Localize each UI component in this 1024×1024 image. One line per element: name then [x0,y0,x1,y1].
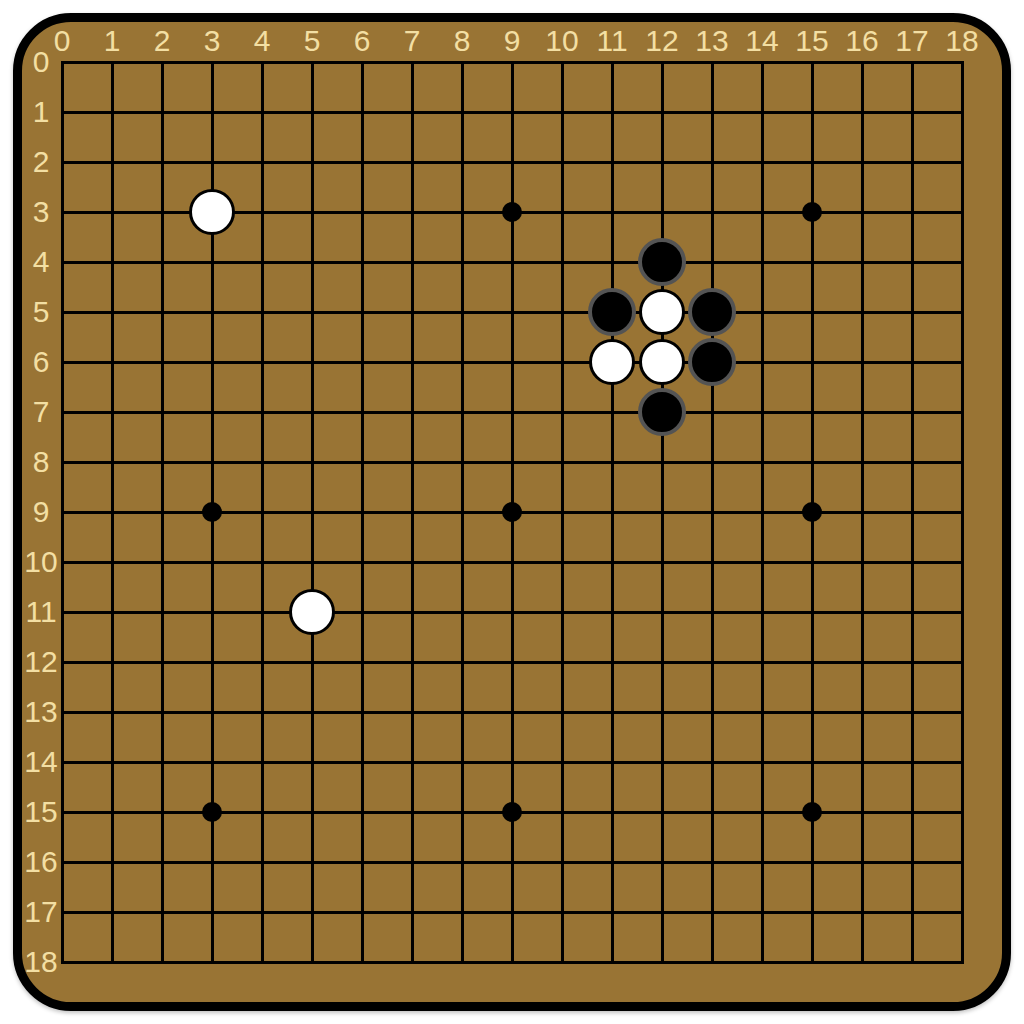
intersection-10-0[interactable] [537,37,587,87]
intersection-2-13[interactable] [137,687,187,737]
intersection-0-3[interactable] [37,187,87,237]
intersection-16-0[interactable] [837,37,887,87]
intersection-5-14[interactable] [287,737,337,787]
intersection-9-14[interactable] [487,737,537,787]
intersection-10-15[interactable] [537,787,587,837]
intersection-2-4[interactable] [137,237,187,287]
intersection-15-11[interactable] [787,587,837,637]
intersection-13-18[interactable] [687,937,737,987]
intersection-4-12[interactable] [237,637,287,687]
intersection-16-14[interactable] [837,737,887,787]
intersection-16-17[interactable] [837,887,887,937]
intersection-6-11[interactable] [337,587,387,637]
intersection-10-16[interactable] [537,837,587,887]
intersection-11-13[interactable] [587,687,637,737]
intersection-17-7[interactable] [887,387,937,437]
intersection-8-2[interactable] [437,137,487,187]
intersection-11-11[interactable] [587,587,637,637]
intersection-0-4[interactable] [37,237,87,287]
intersection-13-16[interactable] [687,837,737,887]
intersection-6-18[interactable] [337,937,387,987]
intersection-18-14[interactable] [937,737,987,787]
intersection-5-0[interactable] [287,37,337,87]
intersection-12-15[interactable] [637,787,687,837]
intersection-9-5[interactable] [487,287,537,337]
intersection-5-7[interactable] [287,387,337,437]
intersection-18-9[interactable] [937,487,987,537]
intersection-11-16[interactable] [587,837,637,887]
intersection-3-1[interactable] [187,87,237,137]
intersection-7-15[interactable] [387,787,437,837]
intersection-7-12[interactable] [387,637,437,687]
intersection-12-2[interactable] [637,137,687,187]
intersection-1-16[interactable] [87,837,137,887]
intersection-8-16[interactable] [437,837,487,887]
intersection-16-15[interactable] [837,787,887,837]
intersection-7-5[interactable] [387,287,437,337]
intersection-14-12[interactable] [737,637,787,687]
intersection-5-12[interactable] [287,637,337,687]
intersection-6-9[interactable] [337,487,387,537]
intersection-12-1[interactable] [637,87,687,137]
intersection-14-5[interactable] [737,287,787,337]
intersection-3-5[interactable] [187,287,237,337]
intersection-4-13[interactable] [237,687,287,737]
intersection-13-13[interactable] [687,687,737,737]
intersection-12-13[interactable] [637,687,687,737]
intersection-6-17[interactable] [337,887,387,937]
intersection-1-4[interactable] [87,237,137,287]
intersection-2-12[interactable] [137,637,187,687]
intersection-9-9[interactable] [487,487,537,537]
intersection-17-8[interactable] [887,437,937,487]
intersection-2-7[interactable] [137,387,187,437]
intersection-15-13[interactable] [787,687,837,737]
intersection-14-6[interactable] [737,337,787,387]
intersection-12-18[interactable] [637,937,687,987]
intersection-11-17[interactable] [587,887,637,937]
intersection-10-3[interactable] [537,187,587,237]
intersection-3-14[interactable] [187,737,237,787]
intersection-13-7[interactable] [687,387,737,437]
intersection-15-5[interactable] [787,287,837,337]
intersection-16-18[interactable] [837,937,887,987]
intersection-5-13[interactable] [287,687,337,737]
intersection-4-6[interactable] [237,337,287,387]
intersection-14-17[interactable] [737,887,787,937]
intersection-0-6[interactable] [37,337,87,387]
intersection-17-13[interactable] [887,687,937,737]
intersection-1-5[interactable] [87,287,137,337]
intersection-6-6[interactable] [337,337,387,387]
intersection-2-9[interactable] [137,487,187,537]
intersection-9-2[interactable] [487,137,537,187]
intersection-7-7[interactable] [387,387,437,437]
intersection-17-0[interactable] [887,37,937,87]
intersection-11-1[interactable] [587,87,637,137]
intersection-4-7[interactable] [237,387,287,437]
intersection-1-3[interactable] [87,187,137,237]
intersection-2-15[interactable] [137,787,187,837]
intersection-6-3[interactable] [337,187,387,237]
intersection-12-8[interactable] [637,437,687,487]
intersection-17-2[interactable] [887,137,937,187]
intersection-6-7[interactable] [337,387,387,437]
intersection-0-0[interactable] [37,37,87,87]
intersection-6-0[interactable] [337,37,387,87]
intersection-0-12[interactable] [37,637,87,687]
intersection-1-11[interactable] [87,587,137,637]
intersection-14-9[interactable] [737,487,787,537]
intersection-8-6[interactable] [437,337,487,387]
intersection-16-8[interactable] [837,437,887,487]
intersection-11-3[interactable] [587,187,637,237]
intersection-10-13[interactable] [537,687,587,737]
intersection-14-7[interactable] [737,387,787,437]
intersection-0-1[interactable] [37,87,87,137]
intersection-17-17[interactable] [887,887,937,937]
intersection-13-15[interactable] [687,787,737,837]
intersection-7-6[interactable] [387,337,437,387]
intersection-11-2[interactable] [587,137,637,187]
intersection-3-4[interactable] [187,237,237,287]
intersection-13-17[interactable] [687,887,737,937]
intersection-13-2[interactable] [687,137,737,187]
intersection-18-7[interactable] [937,387,987,437]
intersection-4-3[interactable] [237,187,287,237]
intersection-15-7[interactable] [787,387,837,437]
intersection-1-14[interactable] [87,737,137,787]
intersection-14-2[interactable] [737,137,787,187]
intersection-9-3[interactable] [487,187,537,237]
intersection-12-14[interactable] [637,737,687,787]
intersection-10-17[interactable] [537,887,587,937]
intersection-6-2[interactable] [337,137,387,187]
intersection-8-10[interactable] [437,537,487,587]
intersection-11-10[interactable] [587,537,637,587]
intersection-18-16[interactable] [937,837,987,887]
intersection-4-9[interactable] [237,487,287,537]
intersection-7-16[interactable] [387,837,437,887]
intersection-12-16[interactable] [637,837,687,887]
intersection-1-18[interactable] [87,937,137,987]
intersection-13-10[interactable] [687,537,737,587]
intersection-16-10[interactable] [837,537,887,587]
intersection-3-18[interactable] [187,937,237,987]
intersection-15-6[interactable] [787,337,837,387]
intersection-18-12[interactable] [937,637,987,687]
intersection-1-13[interactable] [87,687,137,737]
intersection-8-14[interactable] [437,737,487,787]
intersection-8-17[interactable] [437,887,487,937]
intersection-17-11[interactable] [887,587,937,637]
intersection-1-8[interactable] [87,437,137,487]
intersection-15-0[interactable] [787,37,837,87]
intersection-17-18[interactable] [887,937,937,987]
intersection-5-16[interactable] [287,837,337,887]
intersection-15-1[interactable] [787,87,837,137]
intersection-8-11[interactable] [437,587,487,637]
intersection-15-9[interactable] [787,487,837,537]
intersection-18-11[interactable] [937,587,987,637]
intersection-15-2[interactable] [787,137,837,187]
intersection-18-2[interactable] [937,137,987,187]
intersection-13-12[interactable] [687,637,737,687]
intersection-12-4[interactable] [637,237,687,287]
intersection-7-1[interactable] [387,87,437,137]
intersection-14-11[interactable] [737,587,787,637]
intersection-4-10[interactable] [237,537,287,587]
intersection-9-13[interactable] [487,687,537,737]
intersection-0-13[interactable] [37,687,87,737]
intersection-4-8[interactable] [237,437,287,487]
intersection-0-10[interactable] [37,537,87,587]
intersection-13-0[interactable] [687,37,737,87]
intersection-18-17[interactable] [937,887,987,937]
intersection-3-6[interactable] [187,337,237,387]
intersection-17-6[interactable] [887,337,937,387]
intersection-7-10[interactable] [387,537,437,587]
intersection-7-2[interactable] [387,137,437,187]
intersection-5-8[interactable] [287,437,337,487]
intersection-9-11[interactable] [487,587,537,637]
intersection-5-9[interactable] [287,487,337,537]
intersection-9-18[interactable] [487,937,537,987]
intersection-5-2[interactable] [287,137,337,187]
intersection-14-16[interactable] [737,837,787,887]
intersection-5-3[interactable] [287,187,337,237]
intersection-1-6[interactable] [87,337,137,387]
intersection-10-10[interactable] [537,537,587,587]
intersection-8-15[interactable] [437,787,487,837]
intersection-10-14[interactable] [537,737,587,787]
intersection-5-10[interactable] [287,537,337,587]
intersection-6-13[interactable] [337,687,387,737]
intersection-10-8[interactable] [537,437,587,487]
intersection-9-0[interactable] [487,37,537,87]
intersection-2-3[interactable] [137,187,187,237]
intersection-13-8[interactable] [687,437,737,487]
intersection-9-8[interactable] [487,437,537,487]
intersection-1-12[interactable] [87,637,137,687]
intersection-14-0[interactable] [737,37,787,87]
intersection-9-12[interactable] [487,637,537,687]
intersection-11-9[interactable] [587,487,637,537]
intersection-11-14[interactable] [587,737,637,787]
intersection-14-10[interactable] [737,537,787,587]
intersection-5-18[interactable] [287,937,337,987]
intersection-16-5[interactable] [837,287,887,337]
intersection-8-0[interactable] [437,37,487,87]
intersection-11-4[interactable] [587,237,637,287]
intersection-13-14[interactable] [687,737,737,787]
intersection-12-9[interactable] [637,487,687,537]
intersection-9-15[interactable] [487,787,537,837]
intersection-3-12[interactable] [187,637,237,687]
intersection-0-11[interactable] [37,587,87,637]
intersection-18-4[interactable] [937,237,987,287]
intersection-2-6[interactable] [137,337,187,387]
intersection-7-3[interactable] [387,187,437,237]
intersection-5-15[interactable] [287,787,337,837]
intersection-9-10[interactable] [487,537,537,587]
intersection-0-15[interactable] [37,787,87,837]
intersection-12-5[interactable] [637,287,687,337]
intersection-14-3[interactable] [737,187,787,237]
intersection-16-2[interactable] [837,137,887,187]
intersection-2-8[interactable] [137,437,187,487]
intersection-12-6[interactable] [637,337,687,387]
intersection-3-9[interactable] [187,487,237,537]
intersection-4-2[interactable] [237,137,287,187]
intersection-10-11[interactable] [537,587,587,637]
intersection-18-5[interactable] [937,287,987,337]
intersection-1-1[interactable] [87,87,137,137]
intersection-2-1[interactable] [137,87,187,137]
intersection-4-1[interactable] [237,87,287,137]
intersection-8-5[interactable] [437,287,487,337]
intersection-1-2[interactable] [87,137,137,187]
intersection-10-12[interactable] [537,637,587,687]
intersection-8-9[interactable] [437,487,487,537]
intersection-16-4[interactable] [837,237,887,287]
intersection-11-6[interactable] [587,337,637,387]
intersection-6-8[interactable] [337,437,387,487]
intersection-13-11[interactable] [687,587,737,637]
intersection-11-7[interactable] [587,387,637,437]
intersection-5-6[interactable] [287,337,337,387]
intersection-2-17[interactable] [137,887,187,937]
intersection-0-8[interactable] [37,437,87,487]
intersection-10-6[interactable] [537,337,587,387]
intersection-4-14[interactable] [237,737,287,787]
intersection-14-8[interactable] [737,437,787,487]
intersection-0-7[interactable] [37,387,87,437]
intersection-5-5[interactable] [287,287,337,337]
intersection-10-9[interactable] [537,487,587,537]
intersection-12-12[interactable] [637,637,687,687]
intersection-0-9[interactable] [37,487,87,537]
intersection-12-0[interactable] [637,37,687,87]
intersection-13-3[interactable] [687,187,737,237]
intersection-14-18[interactable] [737,937,787,987]
intersection-17-9[interactable] [887,487,937,537]
intersection-11-5[interactable] [587,287,637,337]
intersection-17-1[interactable] [887,87,937,137]
intersection-15-17[interactable] [787,887,837,937]
intersection-4-16[interactable] [237,837,287,887]
intersection-17-10[interactable] [887,537,937,587]
intersection-0-14[interactable] [37,737,87,787]
intersection-4-11[interactable] [237,587,287,637]
intersection-16-7[interactable] [837,387,887,437]
intersection-12-17[interactable] [637,887,687,937]
intersection-10-2[interactable] [537,137,587,187]
intersection-13-4[interactable] [687,237,737,287]
intersection-3-3[interactable] [187,187,237,237]
intersection-18-3[interactable] [937,187,987,237]
intersection-3-17[interactable] [187,887,237,937]
intersection-8-7[interactable] [437,387,487,437]
intersection-5-17[interactable] [287,887,337,937]
intersection-18-15[interactable] [937,787,987,837]
intersection-3-16[interactable] [187,837,237,887]
intersection-3-13[interactable] [187,687,237,737]
intersection-7-13[interactable] [387,687,437,737]
intersection-6-4[interactable] [337,237,387,287]
intersection-5-11[interactable] [287,587,337,637]
intersection-15-16[interactable] [787,837,837,887]
intersection-3-0[interactable] [187,37,237,87]
intersection-8-4[interactable] [437,237,487,287]
intersection-15-12[interactable] [787,637,837,687]
intersection-3-8[interactable] [187,437,237,487]
intersection-10-5[interactable] [537,287,587,337]
intersection-17-15[interactable] [887,787,937,837]
intersection-4-5[interactable] [237,287,287,337]
intersection-0-2[interactable] [37,137,87,187]
intersection-0-16[interactable] [37,837,87,887]
intersection-16-13[interactable] [837,687,887,737]
intersection-15-15[interactable] [787,787,837,837]
intersection-15-10[interactable] [787,537,837,587]
intersection-4-18[interactable] [237,937,287,987]
intersection-18-13[interactable] [937,687,987,737]
intersection-7-4[interactable] [387,237,437,287]
intersection-9-4[interactable] [487,237,537,287]
intersection-3-11[interactable] [187,587,237,637]
intersection-4-17[interactable] [237,887,287,937]
intersection-6-1[interactable] [337,87,387,137]
intersection-17-14[interactable] [887,737,937,787]
intersection-9-17[interactable] [487,887,537,937]
intersection-11-0[interactable] [587,37,637,87]
intersection-1-10[interactable] [87,537,137,587]
intersection-10-4[interactable] [537,237,587,287]
intersection-2-5[interactable] [137,287,187,337]
intersection-16-16[interactable] [837,837,887,887]
intersection-18-18[interactable] [937,937,987,987]
intersection-15-4[interactable] [787,237,837,287]
intersection-4-4[interactable] [237,237,287,287]
intersection-5-1[interactable] [287,87,337,137]
intersection-16-1[interactable] [837,87,887,137]
intersection-11-15[interactable] [587,787,637,837]
intersection-3-7[interactable] [187,387,237,437]
intersection-7-11[interactable] [387,587,437,637]
intersection-11-8[interactable] [587,437,637,487]
intersection-14-1[interactable] [737,87,787,137]
intersection-14-13[interactable] [737,687,787,737]
intersection-17-5[interactable] [887,287,937,337]
intersection-18-1[interactable] [937,87,987,137]
intersection-10-18[interactable] [537,937,587,987]
intersection-8-12[interactable] [437,637,487,687]
intersection-13-6[interactable] [687,337,737,387]
intersection-18-0[interactable] [937,37,987,87]
intersection-12-7[interactable] [637,387,687,437]
intersection-14-4[interactable] [737,237,787,287]
intersection-4-15[interactable] [237,787,287,837]
intersection-2-18[interactable] [137,937,187,987]
intersection-9-7[interactable] [487,387,537,437]
intersection-8-18[interactable] [437,937,487,987]
intersection-7-9[interactable] [387,487,437,537]
intersection-8-1[interactable] [437,87,487,137]
intersection-18-10[interactable] [937,537,987,587]
intersection-16-6[interactable] [837,337,887,387]
intersection-15-8[interactable] [787,437,837,487]
